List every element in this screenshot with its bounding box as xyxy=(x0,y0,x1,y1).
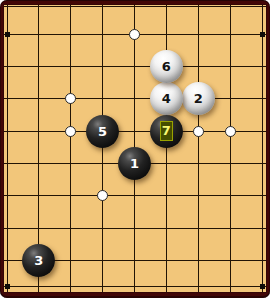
edge-square-marker xyxy=(5,32,10,37)
grid-line-horizontal-1 xyxy=(4,6,266,7)
move-number: 6 xyxy=(162,60,171,73)
stone-black-3: 3 xyxy=(22,244,55,277)
grid-line-horizontal-7 xyxy=(4,195,266,196)
edge-square-marker xyxy=(5,284,10,289)
move-number: 1 xyxy=(130,157,139,170)
grid-line-vertical-9 xyxy=(262,5,263,292)
grid-line-vertical-3 xyxy=(70,5,71,292)
stone-white-6: 6 xyxy=(150,50,183,83)
stone-black-1: 1 xyxy=(118,147,151,180)
grid-line-vertical-8 xyxy=(230,5,231,292)
hint-circle-marker[interactable] xyxy=(129,29,140,40)
hint-circle-marker[interactable] xyxy=(97,190,108,201)
last-move-badge: 7 xyxy=(160,121,173,141)
hint-circle-marker[interactable] xyxy=(193,126,204,137)
hint-circle-marker[interactable] xyxy=(65,93,76,104)
grid-line-vertical-1 xyxy=(7,5,8,292)
goban-surface[interactable]: 1234567 xyxy=(4,5,266,292)
edge-square-marker xyxy=(260,284,265,289)
grid-line-horizontal-10 xyxy=(4,286,266,287)
grid-line-vertical-4 xyxy=(102,5,103,292)
grid-line-horizontal-4 xyxy=(4,98,266,99)
go-board-frame: 1234567 xyxy=(0,0,270,298)
move-number: 5 xyxy=(98,125,107,138)
move-number: 2 xyxy=(194,92,203,105)
stone-black-5: 5 xyxy=(86,115,119,148)
grid-line-horizontal-8 xyxy=(4,228,266,229)
hint-circle-marker[interactable] xyxy=(225,126,236,137)
move-number: 4 xyxy=(162,92,171,105)
stone-white-4: 4 xyxy=(150,82,183,115)
grid-line-vertical-7 xyxy=(198,5,199,292)
page: { "game": "go", "board": { "view": "part… xyxy=(0,0,270,298)
grid-line-vertical-6 xyxy=(166,5,167,292)
stone-white-2: 2 xyxy=(182,82,215,115)
grid-line-horizontal-3 xyxy=(4,66,266,67)
move-number: 3 xyxy=(34,254,43,267)
edge-square-marker xyxy=(260,32,265,37)
stone-black-7: 7 xyxy=(150,115,183,148)
hint-circle-marker[interactable] xyxy=(65,126,76,137)
